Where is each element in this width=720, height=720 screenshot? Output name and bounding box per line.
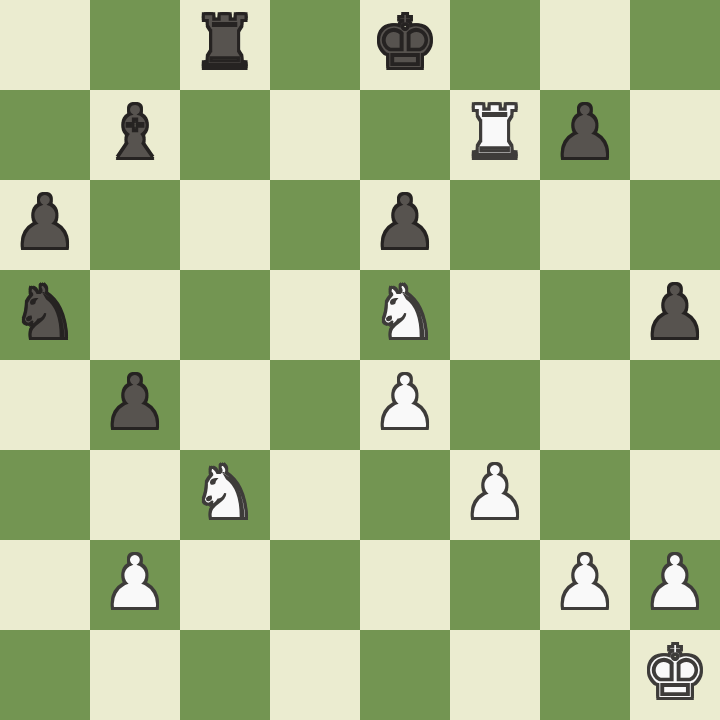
black-pawn-piece[interactable]: ♟ [102,357,168,447]
square-e4[interactable]: ♟ [360,360,450,450]
square-f3[interactable]: ♟ [450,450,540,540]
square-a5[interactable]: ♞ [0,270,90,360]
square-b3[interactable] [90,450,180,540]
square-a1[interactable] [0,630,90,720]
square-c3[interactable]: ♞ [180,450,270,540]
square-a6[interactable]: ♟ [0,180,90,270]
white-king-piece[interactable]: ♚ [642,627,708,717]
square-f8[interactable] [450,0,540,90]
white-pawn-piece[interactable]: ♟ [102,537,168,627]
square-c2[interactable] [180,540,270,630]
square-d5[interactable] [270,270,360,360]
square-g2[interactable]: ♟ [540,540,630,630]
square-d7[interactable] [270,90,360,180]
white-pawn-piece[interactable]: ♟ [462,447,528,537]
square-a2[interactable] [0,540,90,630]
square-d2[interactable] [270,540,360,630]
square-g8[interactable] [540,0,630,90]
square-h5[interactable]: ♟ [630,270,720,360]
white-pawn-piece[interactable]: ♟ [372,357,438,447]
square-g6[interactable] [540,180,630,270]
square-b7[interactable]: ♝ [90,90,180,180]
square-c1[interactable] [180,630,270,720]
square-b8[interactable] [90,0,180,90]
square-d8[interactable] [270,0,360,90]
square-f1[interactable] [450,630,540,720]
square-f7[interactable]: ♜ [450,90,540,180]
square-g3[interactable] [540,450,630,540]
square-b2[interactable]: ♟ [90,540,180,630]
white-pawn-piece[interactable]: ♟ [642,537,708,627]
white-knight-piece[interactable]: ♞ [192,447,258,537]
black-knight-piece[interactable]: ♞ [12,267,78,357]
square-b6[interactable] [90,180,180,270]
square-h6[interactable] [630,180,720,270]
square-e1[interactable] [360,630,450,720]
square-f6[interactable] [450,180,540,270]
square-e2[interactable] [360,540,450,630]
square-d6[interactable] [270,180,360,270]
square-h3[interactable] [630,450,720,540]
square-e7[interactable] [360,90,450,180]
square-b4[interactable]: ♟ [90,360,180,450]
square-h2[interactable]: ♟ [630,540,720,630]
square-f5[interactable] [450,270,540,360]
square-g5[interactable] [540,270,630,360]
square-d1[interactable] [270,630,360,720]
square-b5[interactable] [90,270,180,360]
square-a3[interactable] [0,450,90,540]
square-c4[interactable] [180,360,270,450]
white-pawn-piece[interactable]: ♟ [552,537,618,627]
square-a4[interactable] [0,360,90,450]
square-e5[interactable]: ♞ [360,270,450,360]
square-f4[interactable] [450,360,540,450]
square-h4[interactable] [630,360,720,450]
square-c8[interactable]: ♜ [180,0,270,90]
black-pawn-piece[interactable]: ♟ [642,267,708,357]
square-f2[interactable] [450,540,540,630]
square-a7[interactable] [0,90,90,180]
square-c5[interactable] [180,270,270,360]
black-pawn-piece[interactable]: ♟ [552,87,618,177]
square-h7[interactable] [630,90,720,180]
square-h8[interactable] [630,0,720,90]
square-d3[interactable] [270,450,360,540]
black-king-piece[interactable]: ♚ [372,0,438,87]
square-c7[interactable] [180,90,270,180]
square-g4[interactable] [540,360,630,450]
square-g1[interactable] [540,630,630,720]
square-c6[interactable] [180,180,270,270]
white-knight-piece[interactable]: ♞ [372,267,438,357]
black-bishop-piece[interactable]: ♝ [102,87,168,177]
square-g7[interactable]: ♟ [540,90,630,180]
black-pawn-piece[interactable]: ♟ [12,177,78,267]
square-e6[interactable]: ♟ [360,180,450,270]
black-pawn-piece[interactable]: ♟ [372,177,438,267]
chess-board: ♜♚♝♜♟♟♟♞♞♟♟♟♞♟♟♟♟♚ [0,0,720,720]
square-a8[interactable] [0,0,90,90]
white-rook-piece[interactable]: ♜ [462,87,528,177]
square-d4[interactable] [270,360,360,450]
square-b1[interactable] [90,630,180,720]
square-h1[interactable]: ♚ [630,630,720,720]
square-e8[interactable]: ♚ [360,0,450,90]
black-rook-piece[interactable]: ♜ [192,0,258,87]
square-e3[interactable] [360,450,450,540]
